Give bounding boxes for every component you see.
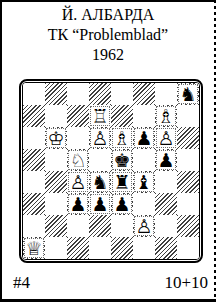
square-e4: ♜	[111, 171, 133, 193]
square-f6: ♟	[133, 127, 155, 149]
square-f5	[133, 149, 155, 171]
square-d3: ♟	[89, 193, 111, 215]
square-h6	[177, 127, 199, 149]
square-b4	[45, 171, 67, 193]
square-c1	[67, 237, 89, 259]
square-a2	[23, 215, 45, 237]
square-a4	[23, 171, 45, 193]
black-pawn-f6: ♟	[133, 127, 155, 149]
square-a1: ♕	[23, 237, 45, 259]
square-f1	[133, 237, 155, 259]
square-a5	[23, 149, 45, 171]
square-b3	[45, 193, 67, 215]
square-e2	[111, 215, 133, 237]
square-b8	[45, 83, 67, 105]
square-d5	[89, 149, 111, 171]
author-name: Й. АЛБАРДА	[2, 5, 214, 25]
square-e6: ♗	[111, 127, 133, 149]
square-f7	[133, 105, 155, 127]
square-e1	[111, 237, 133, 259]
square-c4: ♙	[67, 171, 89, 193]
square-c5: ♘	[67, 149, 89, 171]
black-knight-d4: ♞	[89, 171, 111, 193]
square-g5: ♟	[155, 149, 177, 171]
dashed-cut-line	[214, 0, 216, 302]
square-g6: ♙	[155, 127, 177, 149]
white-bishop-g7: ♗	[155, 105, 177, 127]
chess-board-inner-frame: ♞♖♗♔♙♗♟♙♘♚♟♙♞♜♝♟♟♟♙♕	[22, 82, 200, 260]
square-d8	[89, 83, 111, 105]
year: 1962	[2, 45, 214, 65]
square-f8	[133, 83, 155, 105]
square-e3: ♟	[111, 193, 133, 215]
square-b7	[45, 105, 67, 127]
square-f2: ♙	[133, 215, 155, 237]
white-king-b6: ♔	[45, 127, 67, 149]
square-g4	[155, 171, 177, 193]
square-d2	[89, 215, 111, 237]
black-pawn-d3: ♟	[89, 193, 111, 215]
white-rook-d7: ♖	[89, 105, 111, 127]
square-a3	[23, 193, 45, 215]
square-b2	[45, 215, 67, 237]
square-c6	[67, 127, 89, 149]
black-king-e5: ♚	[111, 149, 133, 171]
caption-footer: #4 10+10	[2, 273, 214, 293]
square-g8	[155, 83, 177, 105]
square-g3	[155, 193, 177, 215]
square-g7: ♗	[155, 105, 177, 127]
square-f4: ♝	[133, 171, 155, 193]
white-pawn-c4: ♙	[67, 171, 89, 193]
black-bishop-f4: ♝	[133, 171, 155, 193]
white-pawn-d6: ♙	[89, 127, 111, 149]
square-g1	[155, 237, 177, 259]
square-h5	[177, 149, 199, 171]
square-a6	[23, 127, 45, 149]
square-h7	[177, 105, 199, 127]
black-knight-h8: ♞	[177, 83, 199, 105]
square-c8	[67, 83, 89, 105]
white-knight-c5: ♘	[67, 149, 89, 171]
square-c3: ♟	[67, 193, 89, 215]
square-h2	[177, 215, 199, 237]
chess-board: ♞♖♗♔♙♗♟♙♘♚♟♙♞♜♝♟♟♟♙♕	[23, 83, 199, 259]
square-h8: ♞	[177, 83, 199, 105]
square-d1	[89, 237, 111, 259]
square-d7: ♖	[89, 105, 111, 127]
square-g2	[155, 215, 177, 237]
square-a8	[23, 83, 45, 105]
square-e7	[111, 105, 133, 127]
black-pawn-e3: ♟	[111, 193, 133, 215]
square-b1	[45, 237, 67, 259]
chess-board-frame: ♞♖♗♔♙♗♟♙♘♚♟♙♞♜♝♟♟♟♙♕	[19, 79, 203, 263]
square-d6: ♙	[89, 127, 111, 149]
stipulation: #4	[13, 273, 30, 293]
square-f3	[133, 193, 155, 215]
square-d4: ♞	[89, 171, 111, 193]
caption-header: Й. АЛБАРДА ТК “Problemblad” 1962	[2, 5, 214, 65]
page: Й. АЛБАРДА ТК “Problemblad” 1962 ♞♖♗♔♙♗♟…	[0, 0, 222, 305]
white-pawn-g6: ♙	[155, 127, 177, 149]
black-pawn-c3: ♟	[67, 193, 89, 215]
black-rook-e4: ♜	[111, 171, 133, 193]
square-h1	[177, 237, 199, 259]
square-e8	[111, 83, 133, 105]
square-h3	[177, 193, 199, 215]
square-b6: ♔	[45, 127, 67, 149]
square-a7	[23, 105, 45, 127]
source-name: ТК “Problemblad”	[2, 25, 214, 45]
square-e5: ♚	[111, 149, 133, 171]
white-pawn-f2: ♙	[133, 215, 155, 237]
square-c2	[67, 215, 89, 237]
white-bishop-e6: ♗	[111, 127, 133, 149]
square-h4	[177, 171, 199, 193]
square-b5	[45, 149, 67, 171]
square-c7	[67, 105, 89, 127]
black-pawn-g5: ♟	[155, 149, 177, 171]
material-count: 10+10	[164, 273, 208, 293]
white-queen-a1: ♕	[23, 237, 45, 259]
